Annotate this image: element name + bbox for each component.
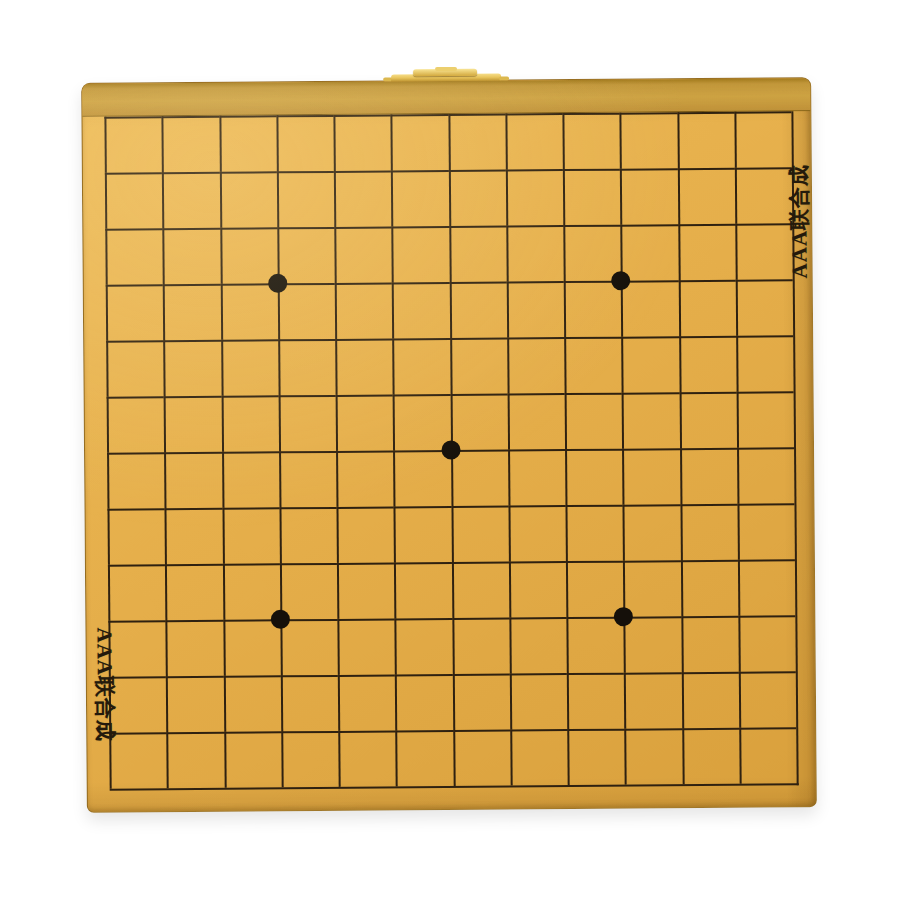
- grid-cell: [166, 732, 224, 788]
- grid-cell: [449, 226, 507, 282]
- star-point: [611, 271, 630, 290]
- grid-cell: [739, 727, 797, 783]
- grid-cell: [277, 283, 335, 339]
- grid-cell: [450, 338, 508, 394]
- grid-cell: [222, 451, 280, 507]
- grid-cell: [679, 392, 737, 448]
- grid-cell: [567, 673, 625, 729]
- grid-cell: [392, 226, 450, 282]
- grid-cell: [280, 619, 338, 675]
- product-photo-background: AAA联合成 AAA联合成: [0, 0, 900, 900]
- star-point: [268, 274, 287, 293]
- grid-cell: [507, 393, 565, 449]
- grid-cell: [165, 508, 223, 564]
- grid-cell: [621, 224, 679, 280]
- grid-cell: [623, 504, 681, 560]
- grid-cell: [681, 672, 739, 728]
- grid-cell: [337, 562, 395, 618]
- grid-cell: [281, 731, 339, 787]
- grid-cell: [391, 170, 449, 226]
- grid-cell: [278, 339, 336, 395]
- grid-cell: [393, 394, 451, 450]
- grid-cell: [221, 339, 279, 395]
- grid-cell: [452, 618, 510, 674]
- grid-cell: [336, 506, 394, 562]
- grid-cell: [563, 225, 621, 281]
- star-point: [441, 440, 460, 459]
- grid-cell: [624, 616, 682, 672]
- grid-cell: [565, 449, 623, 505]
- grid-cell: [735, 167, 793, 223]
- grid-cell: [333, 114, 391, 170]
- grid-cell: [739, 671, 797, 727]
- grid-cell: [163, 284, 221, 340]
- grid-cell: [276, 115, 334, 171]
- grid-cell: [108, 564, 166, 620]
- grid-cell: [680, 504, 738, 560]
- grid-cell: [394, 506, 452, 562]
- grid-cell: [392, 338, 450, 394]
- grid-cell: [737, 503, 795, 559]
- grid-cell: [165, 564, 223, 620]
- grid-cell: [277, 171, 335, 227]
- grid-cell: [620, 168, 678, 224]
- grid-cell: [681, 616, 739, 672]
- grid-cell: [450, 394, 508, 450]
- grid-cell: [509, 617, 567, 673]
- grid-cell: [510, 729, 568, 785]
- grid-cell: [393, 450, 451, 506]
- grid-cell: [506, 281, 564, 337]
- star-point: [614, 607, 633, 626]
- grid-cell: [221, 395, 279, 451]
- grid-cell: [623, 560, 681, 616]
- grid-cell: [281, 675, 339, 731]
- grid-cell: [453, 730, 511, 786]
- grid-cell: [737, 447, 795, 503]
- grid-cell: [506, 225, 564, 281]
- grid-cell: [107, 452, 165, 508]
- grid-cell: [508, 449, 566, 505]
- grid-cell: [166, 620, 224, 676]
- grid-cell: [107, 396, 165, 452]
- grid-cell: [391, 114, 449, 170]
- grid-cell: [395, 730, 453, 786]
- grid-cell: [507, 337, 565, 393]
- grid-cell: [336, 394, 394, 450]
- grid-cell: [219, 171, 277, 227]
- grid-cell: [162, 172, 220, 228]
- grid-cell: [677, 168, 735, 224]
- grid-cell: [394, 562, 452, 618]
- grid-cell: [622, 392, 680, 448]
- grid-cell: [738, 559, 796, 615]
- grid-cell: [566, 617, 624, 673]
- grid-cell: [736, 391, 794, 447]
- grid-cell: [104, 116, 162, 172]
- grid-cell: [278, 395, 336, 451]
- grid-cell: [222, 507, 280, 563]
- go-board: AAA联合成 AAA联合成: [81, 77, 817, 813]
- grid-cell: [107, 508, 165, 564]
- grid-cell: [163, 340, 221, 396]
- grid-cell: [562, 113, 620, 169]
- grid-cell: [565, 393, 623, 449]
- grid-cell: [106, 284, 164, 340]
- grid-cell: [621, 280, 679, 336]
- grid-cell: [338, 730, 396, 786]
- grid-cell: [451, 450, 509, 506]
- grid-cell: [220, 283, 278, 339]
- grid-cell: [679, 336, 737, 392]
- grid-cell: [566, 561, 624, 617]
- grid-cell: [105, 172, 163, 228]
- grid-cell: [622, 448, 680, 504]
- grid-cell: [166, 676, 224, 732]
- grid-cell: [451, 506, 509, 562]
- brand-text-right: AAA联合成: [785, 164, 814, 279]
- grid-cell: [509, 561, 567, 617]
- grid-cell: [105, 228, 163, 284]
- grid-cell: [680, 448, 738, 504]
- grid-cell: [162, 116, 220, 172]
- grid-cell: [621, 336, 679, 392]
- grid-cell: [279, 507, 337, 563]
- grid-cell: [220, 227, 278, 283]
- grid-cell: [335, 338, 393, 394]
- grid-cell: [508, 505, 566, 561]
- grid-cell: [223, 619, 281, 675]
- grid-cell: [736, 335, 794, 391]
- hinge-knob: [435, 67, 457, 71]
- grid-cell: [219, 115, 277, 171]
- grid-cell: [395, 618, 453, 674]
- grid-cell: [734, 111, 792, 167]
- grid-cell: [163, 228, 221, 284]
- grid-cell: [448, 114, 506, 170]
- grid-cell: [678, 224, 736, 280]
- star-point: [271, 610, 290, 629]
- grid-cell: [677, 112, 735, 168]
- grid-cell: [624, 672, 682, 728]
- grid-cell: [678, 280, 736, 336]
- grid-cell: [624, 728, 682, 784]
- grid-cell: [392, 282, 450, 338]
- goban-grid: [104, 111, 798, 790]
- grid-cell: [338, 674, 396, 730]
- grid-cell: [334, 170, 392, 226]
- grid-cell: [565, 505, 623, 561]
- grid-cell: [106, 340, 164, 396]
- grid-cell: [680, 560, 738, 616]
- grid-cell: [164, 396, 222, 452]
- grid-cell: [682, 728, 740, 784]
- grid-cell: [334, 226, 392, 282]
- grid-cell: [335, 282, 393, 338]
- grid-cell: [563, 169, 621, 225]
- grid-cell: [448, 170, 506, 226]
- grid-cell: [567, 729, 625, 785]
- grid-cell: [223, 675, 281, 731]
- grid-cell: [337, 618, 395, 674]
- grid-cell: [564, 337, 622, 393]
- grid-cell: [510, 673, 568, 729]
- grid-cell: [735, 279, 793, 335]
- grid-cell: [506, 169, 564, 225]
- grid-cell: [738, 615, 796, 671]
- grid-cell: [620, 112, 678, 168]
- grid-cell: [222, 563, 280, 619]
- grid-cell: [505, 113, 563, 169]
- grid-cell: [449, 282, 507, 338]
- grid-cell: [452, 674, 510, 730]
- brand-text-left: AAA联合成: [90, 627, 119, 742]
- grid-cell: [279, 451, 337, 507]
- grid-cell: [395, 674, 453, 730]
- grid-cell: [164, 452, 222, 508]
- grid-cell: [277, 227, 335, 283]
- grid-cell: [735, 223, 793, 279]
- grid-cell: [224, 731, 282, 787]
- grid-cell: [451, 562, 509, 618]
- grid-cell: [564, 281, 622, 337]
- grid-cell: [336, 450, 394, 506]
- grid-cell: [280, 563, 338, 619]
